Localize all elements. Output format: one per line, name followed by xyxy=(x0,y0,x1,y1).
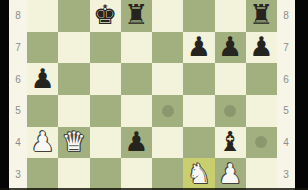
rank-label-7-left: 7 xyxy=(9,32,27,64)
left-black-bar xyxy=(0,0,9,190)
right-black-bar xyxy=(295,0,308,190)
rank-label-7-right: 7 xyxy=(277,32,295,64)
square-c6[interactable] xyxy=(90,63,121,95)
square-b6[interactable] xyxy=(58,63,89,95)
square-h6[interactable] xyxy=(246,63,277,95)
square-d3[interactable] xyxy=(121,158,152,190)
legal-move-dot-e5[interactable] xyxy=(162,105,174,117)
black-pawn-f7[interactable]: ♟ xyxy=(187,33,211,60)
square-h4[interactable] xyxy=(246,127,277,159)
square-g5[interactable] xyxy=(215,95,246,127)
square-d6[interactable] xyxy=(121,63,152,95)
square-g6[interactable] xyxy=(215,63,246,95)
square-f7[interactable]: ♟ xyxy=(183,32,214,64)
square-g7[interactable]: ♟ xyxy=(215,32,246,64)
square-a4[interactable]: ♟ xyxy=(27,127,58,159)
white-pawn-g3[interactable]: ♟ xyxy=(218,160,242,187)
square-g3[interactable]: ♟ xyxy=(215,158,246,190)
square-b3[interactable] xyxy=(58,158,89,190)
square-g8[interactable] xyxy=(215,0,246,32)
square-b4[interactable]: ♛ xyxy=(58,127,89,159)
rank-label-8-right: 8 xyxy=(277,0,295,32)
square-e8[interactable] xyxy=(152,0,183,32)
square-e6[interactable] xyxy=(152,63,183,95)
square-e5[interactable] xyxy=(152,95,183,127)
square-f5[interactable] xyxy=(183,95,214,127)
white-pawn-a4[interactable]: ♟ xyxy=(31,128,55,155)
black-pawn-a6[interactable]: ♟ xyxy=(31,65,55,92)
rank-label-5-right: 5 xyxy=(277,95,295,127)
square-c4[interactable] xyxy=(90,127,121,159)
square-h8[interactable]: ♜ xyxy=(246,0,277,32)
square-f6[interactable] xyxy=(183,63,214,95)
square-b7[interactable] xyxy=(58,32,89,64)
legal-move-dot-g5[interactable] xyxy=(224,105,236,117)
black-pawn-d4[interactable]: ♟ xyxy=(124,128,148,155)
square-h3[interactable] xyxy=(246,158,277,190)
rank-labels-right: 876543 xyxy=(277,0,295,190)
white-queen-b4[interactable]: ♛ xyxy=(62,128,86,155)
legal-move-dot-h4[interactable] xyxy=(255,136,267,148)
square-f3[interactable]: ♞ xyxy=(183,158,214,190)
square-h5[interactable] xyxy=(246,95,277,127)
square-a7[interactable] xyxy=(27,32,58,64)
square-b5[interactable] xyxy=(58,95,89,127)
rank-label-6-left: 6 xyxy=(9,63,27,95)
square-d4[interactable]: ♟ xyxy=(121,127,152,159)
square-c8[interactable]: ♚ xyxy=(90,0,121,32)
square-a8[interactable] xyxy=(27,0,58,32)
rank-label-8-left: 8 xyxy=(9,0,27,32)
rank-label-4-left: 4 xyxy=(9,127,27,159)
rank-label-3-left: 3 xyxy=(9,158,27,190)
black-rook-d8[interactable]: ♜ xyxy=(124,1,148,28)
square-c7[interactable] xyxy=(90,32,121,64)
square-c5[interactable] xyxy=(90,95,121,127)
black-pawn-h7[interactable]: ♟ xyxy=(249,33,273,60)
square-a3[interactable] xyxy=(27,158,58,190)
square-a5[interactable] xyxy=(27,95,58,127)
black-king-c8[interactable]: ♚ xyxy=(93,1,117,28)
square-d7[interactable] xyxy=(121,32,152,64)
black-pawn-g7[interactable]: ♟ xyxy=(218,33,242,60)
square-b8[interactable] xyxy=(58,0,89,32)
rank-label-3-right: 3 xyxy=(277,158,295,190)
rank-label-6-right: 6 xyxy=(277,63,295,95)
square-c3[interactable] xyxy=(90,158,121,190)
chess-board-screenshot: 876543 ♚♜♜♟♟♟♟♟♛♟♝♞♟ 876543 xyxy=(0,0,308,190)
square-e3[interactable] xyxy=(152,158,183,190)
black-bishop-g4[interactable]: ♝ xyxy=(218,128,242,155)
square-e7[interactable] xyxy=(152,32,183,64)
square-d8[interactable]: ♜ xyxy=(121,0,152,32)
square-d5[interactable] xyxy=(121,95,152,127)
white-knight-f3[interactable]: ♞ xyxy=(187,160,211,187)
square-e4[interactable] xyxy=(152,127,183,159)
square-a6[interactable]: ♟ xyxy=(27,63,58,95)
frame-bottom-edge xyxy=(0,188,308,190)
square-g4[interactable]: ♝ xyxy=(215,127,246,159)
rank-labels-left: 876543 xyxy=(9,0,27,190)
square-h7[interactable]: ♟ xyxy=(246,32,277,64)
chessboard: ♚♜♜♟♟♟♟♟♛♟♝♞♟ xyxy=(27,0,277,190)
rank-label-5-left: 5 xyxy=(9,95,27,127)
black-rook-h8[interactable]: ♜ xyxy=(249,1,273,28)
square-f8[interactable] xyxy=(183,0,214,32)
rank-label-4-right: 4 xyxy=(277,127,295,159)
square-f4[interactable] xyxy=(183,127,214,159)
